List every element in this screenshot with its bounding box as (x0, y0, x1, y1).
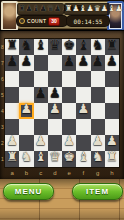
captured-white-pieces-tray: ♜♟♝♟♛♟♝♟♜ (64, 3, 110, 15)
square-b3[interactable] (19, 119, 33, 135)
black-piece-p: ♟ (34, 85, 48, 101)
square-h1[interactable]: ♜ (105, 151, 119, 167)
tray-white-b-icon: ♝ (79, 4, 86, 14)
white-piece-p: ♟ (48, 101, 62, 117)
square-a7[interactable]: ♟ (5, 55, 19, 71)
file-label-c: c (34, 168, 48, 178)
square-a1[interactable]: ♜ (5, 151, 19, 167)
tray-black-b-icon: ♝ (32, 4, 39, 14)
game-timer-bar: 00:14:55 (66, 15, 110, 27)
square-g6[interactable] (91, 71, 105, 87)
square-b6[interactable] (19, 71, 33, 87)
black-piece-p: ♟ (48, 85, 62, 101)
square-e6[interactable] (62, 71, 76, 87)
black-piece-p: ♟ (91, 53, 105, 69)
square-c4[interactable] (34, 103, 48, 119)
black-piece-p: ♟ (5, 53, 19, 69)
black-piece-b: ♝ (76, 37, 90, 53)
white-piece-r: ♜ (105, 149, 119, 165)
black-piece-q: ♛ (48, 37, 62, 53)
white-piece-b: ♝ (34, 149, 48, 165)
square-d8[interactable]: ♛ (48, 39, 62, 55)
square-d7[interactable] (48, 55, 62, 71)
white-piece-p: ♟ (62, 133, 76, 149)
square-h6[interactable] (105, 71, 119, 87)
menu-button[interactable]: MENU (3, 183, 54, 200)
square-c1[interactable]: ♝ (34, 151, 48, 167)
file-label-f: f (76, 168, 90, 178)
white-piece-n: ♞ (91, 149, 105, 165)
square-f3[interactable] (76, 119, 90, 135)
square-g4[interactable] (91, 103, 105, 119)
file-label-d: d (48, 168, 62, 178)
square-g5[interactable] (91, 87, 105, 103)
square-a5[interactable] (5, 87, 19, 103)
white-piece-p: ♟ (19, 101, 33, 117)
white-piece-n: ♞ (19, 149, 33, 165)
move-count-bar: COUNT 30 (16, 15, 68, 27)
chess-board: ♜♞♝♛♚♝♞♜♟♟♟♟♟♟♟♟♟♟♟♟♟♟♟♟♜♞♝♛♚♝♞♜ (5, 39, 119, 167)
square-h5[interactable] (105, 87, 119, 103)
count-value-badge: 30 (48, 17, 60, 26)
square-f6[interactable] (76, 71, 90, 87)
tray-white-p-icon: ♟ (101, 4, 108, 14)
square-c8[interactable]: ♝ (34, 39, 48, 55)
square-c7[interactable] (34, 55, 48, 71)
black-piece-k: ♚ (62, 37, 76, 53)
square-f4[interactable]: ♟ (76, 103, 90, 119)
square-a4[interactable] (5, 103, 19, 119)
file-label-h: h (105, 168, 119, 178)
black-piece-p: ♟ (62, 53, 76, 69)
file-label-g: g (91, 168, 105, 178)
black-piece-r: ♜ (5, 37, 19, 53)
white-piece-q: ♛ (48, 149, 62, 165)
black-piece-b: ♝ (34, 37, 48, 53)
square-d1[interactable]: ♛ (48, 151, 62, 167)
tray-black-p-icon: ♟ (54, 4, 61, 14)
board-frame: 87654321 ♜♞♝♛♚♝♞♜♟♟♟♟♟♟♟♟♟♟♟♟♟♟♟♟♜♞♝♛♚♝♞… (0, 30, 124, 180)
white-piece-p: ♟ (34, 133, 48, 149)
file-labels: abcdefgh (5, 168, 119, 178)
square-a6[interactable] (5, 71, 19, 87)
black-piece-p: ♟ (76, 53, 90, 69)
square-e7[interactable]: ♟ (62, 55, 76, 71)
tray-black-q-icon: ♛ (47, 4, 54, 14)
chess-app: ♜♟♝♟♛♟♝♟♜ ♜♟♝♟♛♟♝♟♜ COUNT 30 00:14:55 87… (0, 0, 124, 220)
square-b1[interactable]: ♞ (19, 151, 33, 167)
square-h4[interactable] (105, 103, 119, 119)
timer-value: 00:14:55 (74, 18, 103, 25)
square-b4[interactable]: ♟ (19, 103, 33, 119)
file-label-e: e (62, 168, 76, 178)
square-d3[interactable] (48, 119, 62, 135)
black-piece-p: ♟ (105, 53, 119, 69)
white-piece-p: ♟ (76, 101, 90, 117)
black-piece-n: ♞ (19, 37, 33, 53)
black-piece-p: ♟ (19, 53, 33, 69)
file-label-b: b (19, 168, 33, 178)
square-f7[interactable]: ♟ (76, 55, 90, 71)
square-c5[interactable]: ♟ (34, 87, 48, 103)
square-f1[interactable]: ♝ (76, 151, 90, 167)
item-button[interactable]: ITEM (72, 183, 123, 200)
square-e4[interactable] (62, 103, 76, 119)
square-b7[interactable]: ♟ (19, 55, 33, 71)
white-piece-p: ♟ (105, 133, 119, 149)
square-e5[interactable] (62, 87, 76, 103)
tray-black-p-icon: ♟ (40, 4, 47, 14)
left-player-avatar (1, 1, 18, 31)
file-label-a: a (5, 168, 19, 178)
square-g7[interactable]: ♟ (91, 55, 105, 71)
tray-white-r-icon: ♜ (122, 4, 124, 14)
captured-black-pieces-tray: ♜♟♝♟♛♟♝♟♜ (17, 3, 64, 15)
count-label: COUNT (27, 18, 46, 24)
tray-white-q-icon: ♛ (94, 4, 101, 14)
black-piece-r: ♜ (105, 37, 119, 53)
tray-white-p-icon: ♟ (87, 4, 94, 14)
top-bar: ♜♟♝♟♛♟♝♟♜ ♜♟♝♟♛♟♝♟♜ COUNT 30 00:14:55 (0, 0, 124, 30)
square-g1[interactable]: ♞ (91, 151, 105, 167)
square-d4[interactable]: ♟ (48, 103, 62, 119)
white-piece-k: ♚ (62, 149, 76, 165)
square-e1[interactable]: ♚ (62, 151, 76, 167)
white-piece-r: ♜ (5, 149, 19, 165)
white-piece-p: ♟ (5, 133, 19, 149)
black-piece-n: ♞ (91, 37, 105, 53)
white-piece-p: ♟ (91, 133, 105, 149)
white-piece-b: ♝ (76, 149, 90, 165)
clock-icon (19, 18, 25, 24)
square-h7[interactable]: ♟ (105, 55, 119, 71)
